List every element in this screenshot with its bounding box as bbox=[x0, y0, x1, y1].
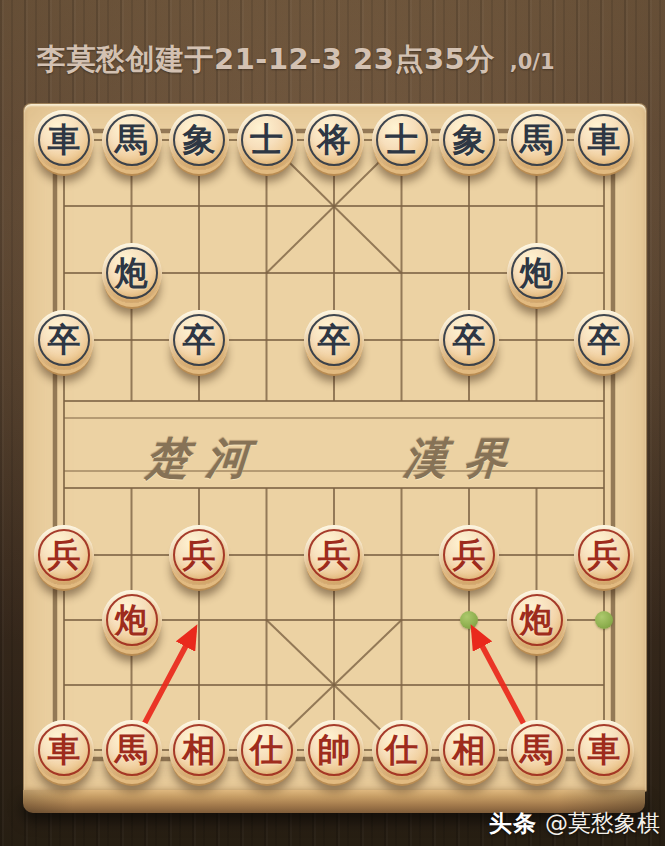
piece-glyph: 馬 bbox=[520, 733, 553, 766]
xiangqi-board[interactable] bbox=[23, 103, 647, 792]
piece-black-cannon[interactable]: 炮 bbox=[507, 243, 567, 303]
puzzle-header: 李莫愁创建于21-12-3 23点35分 ,0/1 bbox=[37, 40, 555, 80]
piece-glyph: 帥 bbox=[318, 733, 351, 766]
piece-glyph: 仕 bbox=[250, 733, 283, 766]
screenshot-root: 李莫愁创建于21-12-3 23点35分 ,0/1 楚河 漢界 車馬象士将士象馬… bbox=[0, 0, 665, 846]
piece-red-elephant[interactable]: 相 bbox=[169, 720, 229, 780]
piece-red-horse[interactable]: 馬 bbox=[507, 720, 567, 780]
piece-black-general[interactable]: 将 bbox=[304, 110, 364, 170]
piece-black-soldier[interactable]: 卒 bbox=[304, 310, 364, 370]
piece-glyph: 炮 bbox=[115, 256, 148, 289]
move-hint-dot[interactable] bbox=[595, 611, 613, 629]
watermark-brand: 头条 bbox=[489, 808, 537, 839]
piece-glyph: 相 bbox=[183, 733, 216, 766]
piece-glyph: 卒 bbox=[183, 323, 216, 356]
piece-glyph: 卒 bbox=[453, 323, 486, 356]
piece-red-chariot[interactable]: 車 bbox=[34, 720, 94, 780]
watermark: 头条 @莫愁象棋 bbox=[489, 808, 660, 839]
piece-glyph: 卒 bbox=[318, 323, 351, 356]
piece-black-advisor[interactable]: 士 bbox=[372, 110, 432, 170]
piece-glyph: 炮 bbox=[115, 603, 148, 636]
piece-glyph: 兵 bbox=[318, 538, 351, 571]
piece-glyph: 炮 bbox=[520, 256, 553, 289]
piece-glyph: 馬 bbox=[115, 733, 148, 766]
piece-red-cannon[interactable]: 炮 bbox=[507, 590, 567, 650]
piece-black-soldier[interactable]: 卒 bbox=[34, 310, 94, 370]
piece-black-advisor[interactable]: 士 bbox=[237, 110, 297, 170]
piece-red-soldier[interactable]: 兵 bbox=[169, 525, 229, 585]
piece-glyph: 車 bbox=[588, 733, 621, 766]
piece-red-general[interactable]: 帥 bbox=[304, 720, 364, 780]
piece-glyph: 兵 bbox=[183, 538, 216, 571]
piece-glyph: 相 bbox=[453, 733, 486, 766]
piece-red-elephant[interactable]: 相 bbox=[439, 720, 499, 780]
piece-glyph: 兵 bbox=[453, 538, 486, 571]
piece-glyph: 士 bbox=[385, 123, 418, 156]
piece-black-soldier[interactable]: 卒 bbox=[169, 310, 229, 370]
puzzle-title: 李莫愁创建于21-12-3 23点35分 bbox=[37, 40, 495, 80]
piece-glyph: 馬 bbox=[115, 123, 148, 156]
piece-black-horse[interactable]: 馬 bbox=[507, 110, 567, 170]
piece-red-soldier[interactable]: 兵 bbox=[439, 525, 499, 585]
move-hint-dot[interactable] bbox=[460, 611, 478, 629]
piece-glyph: 士 bbox=[250, 123, 283, 156]
piece-red-advisor[interactable]: 仕 bbox=[237, 720, 297, 780]
piece-glyph: 将 bbox=[318, 123, 351, 156]
piece-glyph: 馬 bbox=[520, 123, 553, 156]
piece-black-chariot[interactable]: 車 bbox=[34, 110, 94, 170]
piece-black-cannon[interactable]: 炮 bbox=[102, 243, 162, 303]
piece-glyph: 炮 bbox=[520, 603, 553, 636]
piece-black-horse[interactable]: 馬 bbox=[102, 110, 162, 170]
piece-black-chariot[interactable]: 車 bbox=[574, 110, 634, 170]
piece-red-advisor[interactable]: 仕 bbox=[372, 720, 432, 780]
piece-glyph: 兵 bbox=[48, 538, 81, 571]
piece-black-elephant[interactable]: 象 bbox=[169, 110, 229, 170]
river-label-han-jie: 漢界 bbox=[402, 430, 526, 488]
piece-glyph: 仕 bbox=[385, 733, 418, 766]
piece-glyph: 卒 bbox=[48, 323, 81, 356]
piece-glyph: 車 bbox=[588, 123, 621, 156]
piece-red-chariot[interactable]: 車 bbox=[574, 720, 634, 780]
piece-black-soldier[interactable]: 卒 bbox=[439, 310, 499, 370]
piece-red-cannon[interactable]: 炮 bbox=[102, 590, 162, 650]
piece-red-soldier[interactable]: 兵 bbox=[34, 525, 94, 585]
piece-red-soldier[interactable]: 兵 bbox=[304, 525, 364, 585]
piece-glyph: 車 bbox=[48, 123, 81, 156]
piece-glyph: 卒 bbox=[588, 323, 621, 356]
piece-glyph: 兵 bbox=[588, 538, 621, 571]
watermark-account: @莫愁象棋 bbox=[545, 808, 660, 839]
piece-black-soldier[interactable]: 卒 bbox=[574, 310, 634, 370]
piece-black-elephant[interactable]: 象 bbox=[439, 110, 499, 170]
piece-glyph: 象 bbox=[453, 123, 486, 156]
river-label-chu-he: 楚河 bbox=[144, 430, 268, 488]
piece-glyph: 象 bbox=[183, 123, 216, 156]
piece-red-soldier[interactable]: 兵 bbox=[574, 525, 634, 585]
puzzle-counter: ,0/1 bbox=[510, 50, 555, 74]
piece-glyph: 車 bbox=[48, 733, 81, 766]
piece-red-horse[interactable]: 馬 bbox=[102, 720, 162, 780]
